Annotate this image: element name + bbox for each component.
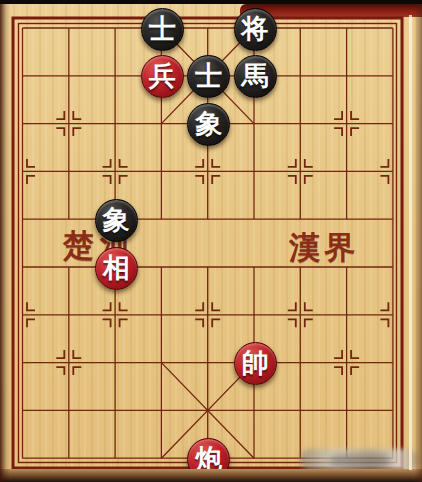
- right-edge-shadow: [414, 0, 422, 482]
- black-general-glyph: 将: [242, 16, 269, 43]
- red-soldier-glyph: 兵: [149, 63, 176, 90]
- river-label-right: 漢界: [289, 227, 359, 269]
- xiangqi-board-screenshot: 楚河 漢界 士将兵士馬象象相帥炮: [0, 0, 422, 482]
- piece-red-general[interactable]: 帥: [234, 342, 277, 385]
- black-elephant-2-glyph: 象: [103, 207, 130, 234]
- piece-black-general[interactable]: 将: [234, 8, 277, 51]
- black-advisor-1-glyph: 士: [149, 16, 176, 43]
- red-elephant-glyph: 相: [103, 255, 130, 282]
- piece-black-elephant-2[interactable]: 象: [95, 199, 138, 242]
- piece-black-horse[interactable]: 馬: [234, 55, 277, 98]
- black-horse-glyph: 馬: [242, 63, 269, 90]
- black-advisor-2-glyph: 士: [195, 63, 222, 90]
- watermark-smudge-2: [330, 455, 390, 467]
- black-elephant-1-glyph: 象: [195, 111, 222, 138]
- left-edge-shadow: [0, 0, 10, 482]
- piece-black-advisor-1[interactable]: 士: [141, 8, 184, 51]
- bottom-edge-band: [0, 469, 422, 482]
- right-edge-highlight: [409, 15, 412, 470]
- piece-black-elephant-1[interactable]: 象: [187, 103, 230, 146]
- piece-red-soldier[interactable]: 兵: [141, 55, 184, 98]
- top-edge-strip: [0, 0, 422, 4]
- piece-red-elephant[interactable]: 相: [95, 247, 138, 290]
- red-general-glyph: 帥: [242, 350, 269, 377]
